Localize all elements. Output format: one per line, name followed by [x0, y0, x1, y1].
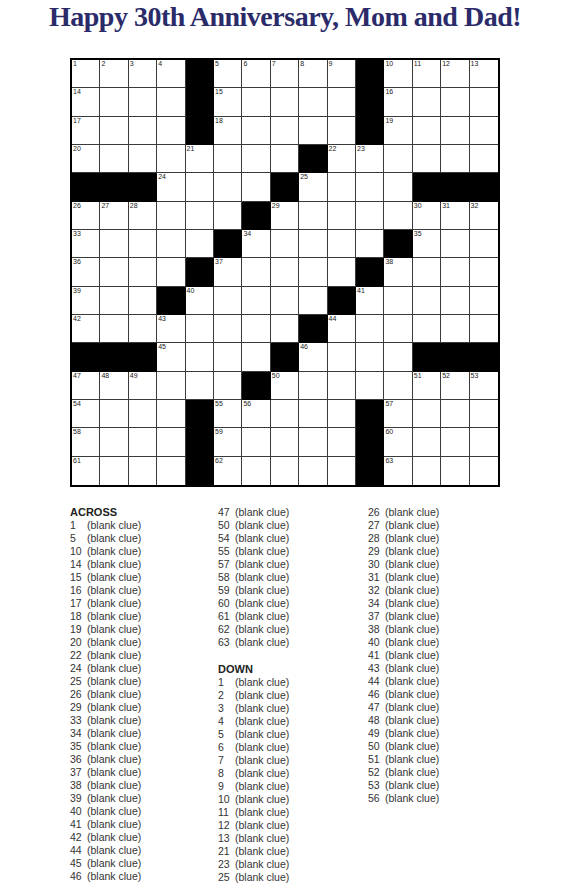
grid-cell-11-12: [384, 343, 412, 371]
grid-cell-13-4: [157, 400, 185, 428]
grid-cell-15-4: [157, 457, 185, 485]
grid-cell-10-8: [271, 315, 299, 343]
cell-number: 1: [73, 60, 77, 68]
grid-cell-14-13: [413, 428, 441, 456]
clue-text: (blank clue): [385, 623, 516, 636]
clue-number: 4: [218, 715, 235, 728]
black-square-7-12: [384, 230, 412, 258]
grid-cell-11-6: [214, 343, 242, 371]
cell-number: 28: [130, 202, 138, 210]
grid-cell-3-2: [100, 117, 128, 145]
grid-cell-7-10: [328, 230, 356, 258]
clue-text: (blank clue): [235, 676, 366, 689]
clue-number: 58: [218, 571, 235, 584]
clue-number: 8: [218, 767, 235, 780]
clue-text: (blank clue): [87, 597, 218, 610]
clue-text: (blank clue): [385, 558, 516, 571]
clue-number: 31: [368, 571, 385, 584]
black-square-14-5: [186, 428, 214, 456]
clue-number: 41: [70, 818, 87, 831]
grid-cell-13-12: 57: [384, 400, 412, 428]
clue-text: (blank clue): [235, 793, 366, 806]
clue-number: 10: [218, 793, 235, 806]
cell-number: 24: [158, 173, 166, 181]
clue-number: 51: [368, 753, 385, 766]
clue-down-40: 40(blank clue): [368, 636, 516, 649]
cell-number: 61: [73, 457, 81, 465]
clue-number: 61: [218, 610, 235, 623]
grid-cell-9-5: 40: [186, 287, 214, 315]
clue-down-49: 49(blank clue): [368, 727, 516, 740]
grid-cell-6-10: [328, 202, 356, 230]
grid-cell-11-11: [356, 343, 384, 371]
black-square-5-14: [441, 173, 469, 201]
cell-number: 30: [414, 202, 422, 210]
grid-cell-4-10: 22: [328, 145, 356, 173]
clue-down-21: 21(blank clue): [218, 845, 366, 858]
clue-down-47: 47(blank clue): [368, 701, 516, 714]
grid-cell-10-5: [186, 315, 214, 343]
grid-cell-8-13: [413, 258, 441, 286]
grid-cell-7-2: [100, 230, 128, 258]
clue-text: (blank clue): [87, 519, 218, 532]
grid-cell-1-1: 1: [72, 60, 100, 88]
grid-cell-14-15: [470, 428, 498, 456]
clue-text: (blank clue): [87, 623, 218, 636]
grid-cell-1-2: 2: [100, 60, 128, 88]
grid-cell-10-7: [242, 315, 270, 343]
clue-number: 36: [70, 753, 87, 766]
grid-cell-5-5: [186, 173, 214, 201]
clue-number: 50: [368, 740, 385, 753]
cell-number: 52: [442, 372, 450, 380]
clue-number: 38: [70, 779, 87, 792]
clue-text: (blank clue): [235, 780, 366, 793]
grid-cell-12-13: 51: [413, 372, 441, 400]
grid-cell-9-8: [271, 287, 299, 315]
cell-number: 43: [158, 315, 166, 323]
clue-number: 6: [218, 741, 235, 754]
grid-cell-5-4: 24: [157, 173, 185, 201]
clue-text: (blank clue): [235, 728, 366, 741]
grid-cell-15-6: 62: [214, 457, 242, 485]
grid-cell-2-4: [157, 88, 185, 116]
cell-number: 60: [385, 428, 393, 436]
clue-down-26: 26(blank clue): [368, 506, 516, 519]
grid-cell-10-13: [413, 315, 441, 343]
clue-text: (blank clue): [235, 545, 366, 558]
cell-number: 55: [215, 400, 223, 408]
cell-number: 42: [73, 315, 81, 323]
clue-text: (blank clue): [87, 805, 218, 818]
clue-across-44: 44(blank clue): [70, 844, 218, 857]
clue-down-12: 12(blank clue): [218, 819, 366, 832]
clue-across-60: 60(blank clue): [218, 597, 366, 610]
clue-down-38: 38(blank clue): [368, 623, 516, 636]
black-square-9-4: [157, 287, 185, 315]
clue-number: 26: [368, 506, 385, 519]
grid-cell-5-12: [384, 173, 412, 201]
grid-cell-6-9: [299, 202, 327, 230]
grid-cell-9-12: [384, 287, 412, 315]
clue-text: (blank clue): [87, 740, 218, 753]
black-square-11-15: [470, 343, 498, 371]
clue-across-46: 46(blank clue): [70, 870, 218, 883]
clue-down-5: 5(blank clue): [218, 728, 366, 741]
grid-cell-13-15: [470, 400, 498, 428]
grid-cell-4-2: [100, 145, 128, 173]
grid-cell-10-14: [441, 315, 469, 343]
grid-cell-14-6: 59: [214, 428, 242, 456]
grid-cell-10-10: 44: [328, 315, 356, 343]
cell-number: 63: [385, 457, 393, 465]
cell-number: 49: [130, 372, 138, 380]
clue-text: (blank clue): [235, 519, 366, 532]
grid-cell-3-1: 17: [72, 117, 100, 145]
clue-number: 34: [70, 727, 87, 740]
clue-text: (blank clue): [87, 688, 218, 701]
grid-cell-9-15: [470, 287, 498, 315]
grid-cell-2-8: [271, 88, 299, 116]
clue-down-46: 46(blank clue): [368, 688, 516, 701]
clue-number: 19: [70, 623, 87, 636]
grid-cell-3-6: 18: [214, 117, 242, 145]
clue-text: (blank clue): [235, 558, 366, 571]
grid-cell-3-8: [271, 117, 299, 145]
black-square-5-13: [413, 173, 441, 201]
clue-number: 30: [368, 558, 385, 571]
clue-across-18: 18(blank clue): [70, 610, 218, 623]
grid-cell-7-15: [470, 230, 498, 258]
grid-cell-11-4: 45: [157, 343, 185, 371]
cell-number: 10: [385, 60, 393, 68]
clue-across-50: 50(blank clue): [218, 519, 366, 532]
grid-cell-15-8: [271, 457, 299, 485]
cell-number: 62: [215, 457, 223, 465]
clue-down-29: 29(blank clue): [368, 545, 516, 558]
clue-across-36: 36(blank clue): [70, 753, 218, 766]
grid-cell-12-14: 52: [441, 372, 469, 400]
clue-down-8: 8(blank clue): [218, 767, 366, 780]
clue-number: 7: [218, 754, 235, 767]
grid-cell-2-9: [299, 88, 327, 116]
grid-cell-11-7: [242, 343, 270, 371]
clue-text: (blank clue): [235, 754, 366, 767]
clue-number: 62: [218, 623, 235, 636]
grid-cell-15-10: [328, 457, 356, 485]
grid-cell-9-9: [299, 287, 327, 315]
grid-cell-8-15: [470, 258, 498, 286]
black-square-11-3: [129, 343, 157, 371]
clue-number: 48: [368, 714, 385, 727]
cell-number: 57: [385, 400, 393, 408]
clue-number: 34: [368, 597, 385, 610]
grid-cell-1-13: 11: [413, 60, 441, 88]
clue-down-25: 25(blank clue): [218, 871, 366, 884]
page-title: Happy 30th Anniversary, Mom and Dad!: [0, 1, 570, 33]
clue-text: (blank clue): [87, 584, 218, 597]
grid-cell-5-11: [356, 173, 384, 201]
cell-number: 3: [130, 60, 134, 68]
clue-text: (blank clue): [385, 649, 516, 662]
black-square-2-11: [356, 88, 384, 116]
cell-number: 35: [414, 230, 422, 238]
grid-cell-3-10: [328, 117, 356, 145]
grid-cell-2-15: [470, 88, 498, 116]
grid-cell-6-3: 28: [129, 202, 157, 230]
clue-text: (blank clue): [87, 714, 218, 727]
cell-number: 33: [73, 230, 81, 238]
cell-number: 41: [357, 287, 365, 295]
clue-across-10: 10(blank clue): [70, 545, 218, 558]
grid-cell-10-2: [100, 315, 128, 343]
grid-cell-2-7: [242, 88, 270, 116]
clue-text: (blank clue): [235, 845, 366, 858]
black-square-7-6: [214, 230, 242, 258]
grid-cell-4-8: [271, 145, 299, 173]
grid-cell-8-6: 37: [214, 258, 242, 286]
clue-number: 24: [70, 662, 87, 675]
clue-number: 63: [218, 636, 235, 649]
clue-text: (blank clue): [235, 806, 366, 819]
clue-across-57: 57(blank clue): [218, 558, 366, 571]
grid-cell-8-10: [328, 258, 356, 286]
clue-text: (blank clue): [235, 819, 366, 832]
grid-cell-2-6: 15: [214, 88, 242, 116]
clue-number: 40: [70, 805, 87, 818]
clue-text: (blank clue): [235, 832, 366, 845]
cell-number: 54: [73, 400, 81, 408]
clue-number: 18: [70, 610, 87, 623]
black-square-4-9: [299, 145, 327, 173]
clue-down-34: 34(blank clue): [368, 597, 516, 610]
grid-cell-8-14: [441, 258, 469, 286]
grid-cell-3-4: [157, 117, 185, 145]
clue-text: (blank clue): [385, 519, 516, 532]
clue-across-33: 33(blank clue): [70, 714, 218, 727]
black-square-8-5: [186, 258, 214, 286]
grid-cell-13-1: 54: [72, 400, 100, 428]
clue-text: (blank clue): [235, 858, 366, 871]
grid-cell-4-3: [129, 145, 157, 173]
clue-text: (blank clue): [87, 870, 218, 883]
clue-across-39: 39(blank clue): [70, 792, 218, 805]
clue-number: 56: [368, 792, 385, 805]
clue-text: (blank clue): [235, 702, 366, 715]
clue-number: 47: [218, 506, 235, 519]
black-square-5-1: [72, 173, 100, 201]
grid-cell-3-13: [413, 117, 441, 145]
grid-cell-12-10: [328, 372, 356, 400]
grid-cell-8-12: 38: [384, 258, 412, 286]
clue-text: (blank clue): [385, 740, 516, 753]
grid-cell-6-13: 30: [413, 202, 441, 230]
grid-cell-14-3: [129, 428, 157, 456]
grid-cell-11-10: [328, 343, 356, 371]
clue-text: (blank clue): [385, 792, 516, 805]
grid-cell-1-14: 12: [441, 60, 469, 88]
grid-cell-13-2: [100, 400, 128, 428]
clue-number: 60: [218, 597, 235, 610]
grid-cell-1-8: 7: [271, 60, 299, 88]
grid-cell-13-10: [328, 400, 356, 428]
clue-text: (blank clue): [385, 610, 516, 623]
clue-number: 54: [218, 532, 235, 545]
clues-column-1: ACROSS 1(blank clue)5(blank clue)10(blan…: [70, 506, 218, 883]
grid-cell-6-14: 31: [441, 202, 469, 230]
black-square-1-5: [186, 60, 214, 88]
grid-cell-1-4: 4: [157, 60, 185, 88]
grid-cell-3-15: [470, 117, 498, 145]
cell-number: 58: [73, 428, 81, 436]
clues-column-2: 47(blank clue)50(blank clue)54(blank clu…: [218, 506, 366, 884]
clue-down-32: 32(blank clue): [368, 584, 516, 597]
clue-number: 47: [368, 701, 385, 714]
clue-down-44: 44(blank clue): [368, 675, 516, 688]
clue-number: 53: [368, 779, 385, 792]
grid-cell-9-1: 39: [72, 287, 100, 315]
grid-cell-14-14: [441, 428, 469, 456]
grid-cell-5-6: [214, 173, 242, 201]
clue-text: (blank clue): [385, 597, 516, 610]
clue-number: 25: [70, 675, 87, 688]
clue-text: (blank clue): [87, 675, 218, 688]
clue-down-52: 52(blank clue): [368, 766, 516, 779]
cell-number: 19: [385, 117, 393, 125]
cell-number: 11: [414, 60, 421, 68]
clue-number: 14: [70, 558, 87, 571]
black-square-11-13: [413, 343, 441, 371]
grid-cell-9-6: [214, 287, 242, 315]
black-square-5-2: [100, 173, 128, 201]
clue-text: (blank clue): [235, 741, 366, 754]
clue-across-15: 15(blank clue): [70, 571, 218, 584]
across-header: ACROSS: [70, 506, 218, 519]
cell-number: 36: [73, 258, 81, 266]
grid-cell-10-15: [470, 315, 498, 343]
clue-text: (blank clue): [87, 753, 218, 766]
clue-text: (blank clue): [87, 558, 218, 571]
clue-text: (blank clue): [385, 779, 516, 792]
clue-down-53: 53(blank clue): [368, 779, 516, 792]
clue-across-22: 22(blank clue): [70, 649, 218, 662]
cell-number: 44: [329, 315, 337, 323]
grid-cell-6-5: [186, 202, 214, 230]
black-square-10-9: [299, 315, 327, 343]
grid-cell-6-11: [356, 202, 384, 230]
grid-cell-15-12: 63: [384, 457, 412, 485]
cell-number: 39: [73, 287, 81, 295]
clue-across-20: 20(blank clue): [70, 636, 218, 649]
grid-cell-9-2: [100, 287, 128, 315]
clue-number: 22: [70, 649, 87, 662]
grid-cell-12-15: 53: [470, 372, 498, 400]
clue-text: (blank clue): [385, 584, 516, 597]
grid-cell-9-13: [413, 287, 441, 315]
cell-number: 48: [101, 372, 109, 380]
clue-text: (blank clue): [87, 818, 218, 831]
clue-number: 11: [218, 806, 235, 819]
clue-text: (blank clue): [235, 610, 366, 623]
grid-cell-15-2: [100, 457, 128, 485]
clue-text: (blank clue): [235, 506, 366, 519]
clue-across-38: 38(blank clue): [70, 779, 218, 792]
clue-number: 29: [70, 701, 87, 714]
cell-number: 26: [73, 202, 81, 210]
grid-cell-14-4: [157, 428, 185, 456]
black-square-1-11: [356, 60, 384, 88]
grid-cell-4-14: [441, 145, 469, 173]
cell-number: 34: [243, 230, 251, 238]
grid-cell-12-2: 48: [100, 372, 128, 400]
clue-number: 2: [218, 689, 235, 702]
clue-down-27: 27(blank clue): [368, 519, 516, 532]
clue-text: (blank clue): [87, 857, 218, 870]
black-square-15-11: [356, 457, 384, 485]
cell-number: 5: [215, 60, 219, 68]
clue-text: (blank clue): [235, 597, 366, 610]
grid-cell-4-7: [242, 145, 270, 173]
clue-down-6: 6(blank clue): [218, 741, 366, 754]
crossword-grid: 1234567891011121314151617181920212223242…: [70, 58, 500, 487]
grid-cell-8-7: [242, 258, 270, 286]
grid-cell-8-1: 36: [72, 258, 100, 286]
clue-across-1: 1(blank clue): [70, 519, 218, 532]
cell-number: 53: [471, 372, 479, 380]
clue-number: 35: [70, 740, 87, 753]
grid-cell-3-7: [242, 117, 270, 145]
clue-text: (blank clue): [87, 779, 218, 792]
clue-text: (blank clue): [87, 766, 218, 779]
clue-number: 16: [70, 584, 87, 597]
cell-number: 13: [471, 60, 479, 68]
clue-number: 1: [218, 676, 235, 689]
clue-down-43: 43(blank clue): [368, 662, 516, 675]
clue-number: 21: [218, 845, 235, 858]
grid-cell-14-10: [328, 428, 356, 456]
clue-number: 37: [70, 766, 87, 779]
clue-down-56: 56(blank clue): [368, 792, 516, 805]
clue-across-61: 61(blank clue): [218, 610, 366, 623]
clue-across-54: 54(blank clue): [218, 532, 366, 545]
grid-cell-5-10: [328, 173, 356, 201]
clue-number: 10: [70, 545, 87, 558]
clue-text: (blank clue): [385, 662, 516, 675]
clue-across-34: 34(blank clue): [70, 727, 218, 740]
grid-cell-2-10: [328, 88, 356, 116]
clue-text: (blank clue): [385, 701, 516, 714]
grid-cell-10-6: [214, 315, 242, 343]
clue-across-55: 55(blank clue): [218, 545, 366, 558]
grid-cell-7-9: [299, 230, 327, 258]
grid-cell-7-13: 35: [413, 230, 441, 258]
clue-number: 42: [70, 831, 87, 844]
clue-across-25: 25(blank clue): [70, 675, 218, 688]
clue-across-16: 16(blank clue): [70, 584, 218, 597]
clue-number: 25: [218, 871, 235, 884]
clue-across-37: 37(blank clue): [70, 766, 218, 779]
grid-cell-13-6: 55: [214, 400, 242, 428]
clue-across-42: 42(blank clue): [70, 831, 218, 844]
grid-cell-7-3: [129, 230, 157, 258]
cell-number: 37: [215, 258, 223, 266]
black-square-11-14: [441, 343, 469, 371]
clue-across-58: 58(blank clue): [218, 571, 366, 584]
grid-cell-9-3: [129, 287, 157, 315]
clue-text: (blank clue): [87, 636, 218, 649]
grid-cell-10-1: 42: [72, 315, 100, 343]
clue-across-35: 35(blank clue): [70, 740, 218, 753]
